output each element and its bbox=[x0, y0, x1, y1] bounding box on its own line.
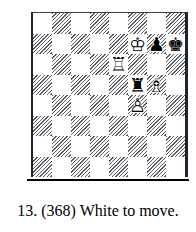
white-piece-f4: ♟♙ bbox=[128, 95, 147, 116]
square-g4 bbox=[147, 95, 166, 116]
square-a7 bbox=[33, 34, 52, 55]
square-e7 bbox=[109, 34, 128, 55]
square-c4 bbox=[71, 95, 90, 116]
piece-glyph: ♔ bbox=[128, 34, 147, 55]
square-a6 bbox=[33, 54, 52, 75]
square-g6 bbox=[147, 54, 166, 75]
square-c3 bbox=[71, 116, 90, 137]
square-e4 bbox=[109, 95, 128, 116]
page: ♚♔♟♟♚♚♜♖♜♜♝♗♟♙ 13. (368) White to move. bbox=[0, 0, 196, 232]
black-piece-h7: ♚♚ bbox=[166, 34, 185, 55]
square-a1 bbox=[33, 157, 52, 178]
square-a3 bbox=[33, 116, 52, 137]
square-g8 bbox=[147, 13, 166, 34]
chess-board: ♚♔♟♟♚♚♜♖♜♜♝♗♟♙ bbox=[31, 12, 188, 177]
square-g1 bbox=[147, 157, 166, 178]
piece-glyph: ♟ bbox=[147, 34, 166, 55]
square-c1 bbox=[71, 157, 90, 178]
square-h1 bbox=[166, 157, 185, 178]
square-g7: ♟♟ bbox=[147, 34, 166, 55]
square-b4 bbox=[52, 95, 71, 116]
square-e5 bbox=[109, 75, 128, 96]
square-d2 bbox=[90, 136, 109, 157]
square-b2 bbox=[52, 136, 71, 157]
white-piece-g5: ♝♗ bbox=[147, 75, 166, 96]
diagram-caption: 13. (368) White to move. bbox=[0, 202, 196, 220]
square-d7 bbox=[90, 34, 109, 55]
chess-diagram: ♚♔♟♟♚♚♜♖♜♜♝♗♟♙ bbox=[31, 12, 189, 181]
square-d3 bbox=[90, 116, 109, 137]
board-bottom-rule bbox=[27, 179, 189, 181]
square-g2 bbox=[147, 136, 166, 157]
square-b1 bbox=[52, 157, 71, 178]
square-c2 bbox=[71, 136, 90, 157]
square-a4 bbox=[33, 95, 52, 116]
square-b7 bbox=[52, 34, 71, 55]
square-d4 bbox=[90, 95, 109, 116]
square-e8 bbox=[109, 13, 128, 34]
square-b8 bbox=[52, 13, 71, 34]
black-piece-f5: ♜♜ bbox=[128, 75, 147, 96]
square-g5: ♝♗ bbox=[147, 75, 166, 96]
square-c6 bbox=[71, 54, 90, 75]
square-d6 bbox=[90, 54, 109, 75]
square-h2 bbox=[166, 136, 185, 157]
white-piece-e6: ♜♖ bbox=[109, 54, 128, 75]
square-g3 bbox=[147, 116, 166, 137]
square-c7 bbox=[71, 34, 90, 55]
piece-glyph: ♜ bbox=[128, 75, 147, 96]
square-d1 bbox=[90, 157, 109, 178]
square-f2 bbox=[128, 136, 147, 157]
square-c8 bbox=[71, 13, 90, 34]
square-f1 bbox=[128, 157, 147, 178]
white-piece-f7: ♚♔ bbox=[128, 34, 147, 55]
square-h5 bbox=[166, 75, 185, 96]
piece-glyph: ♖ bbox=[109, 54, 128, 75]
square-d5 bbox=[90, 75, 109, 96]
square-d8 bbox=[90, 13, 109, 34]
square-a8 bbox=[33, 13, 52, 34]
square-h7: ♚♚ bbox=[166, 34, 185, 55]
piece-glyph: ♙ bbox=[128, 95, 147, 116]
square-h4 bbox=[166, 95, 185, 116]
square-b6 bbox=[52, 54, 71, 75]
square-h3 bbox=[166, 116, 185, 137]
square-e2 bbox=[109, 136, 128, 157]
square-h6 bbox=[166, 54, 185, 75]
square-c5 bbox=[71, 75, 90, 96]
square-e6: ♜♖ bbox=[109, 54, 128, 75]
black-piece-g7: ♟♟ bbox=[147, 34, 166, 55]
square-b3 bbox=[52, 116, 71, 137]
square-f6 bbox=[128, 54, 147, 75]
square-f7: ♚♔ bbox=[128, 34, 147, 55]
square-a2 bbox=[33, 136, 52, 157]
square-f4: ♟♙ bbox=[128, 95, 147, 116]
square-f5: ♜♜ bbox=[128, 75, 147, 96]
square-b5 bbox=[52, 75, 71, 96]
square-f3 bbox=[128, 116, 147, 137]
square-f8 bbox=[128, 13, 147, 34]
piece-glyph: ♗ bbox=[147, 75, 166, 96]
square-e3 bbox=[109, 116, 128, 137]
square-e1 bbox=[109, 157, 128, 178]
square-a5 bbox=[33, 75, 52, 96]
piece-glyph: ♚ bbox=[166, 34, 185, 55]
square-h8 bbox=[166, 13, 185, 34]
